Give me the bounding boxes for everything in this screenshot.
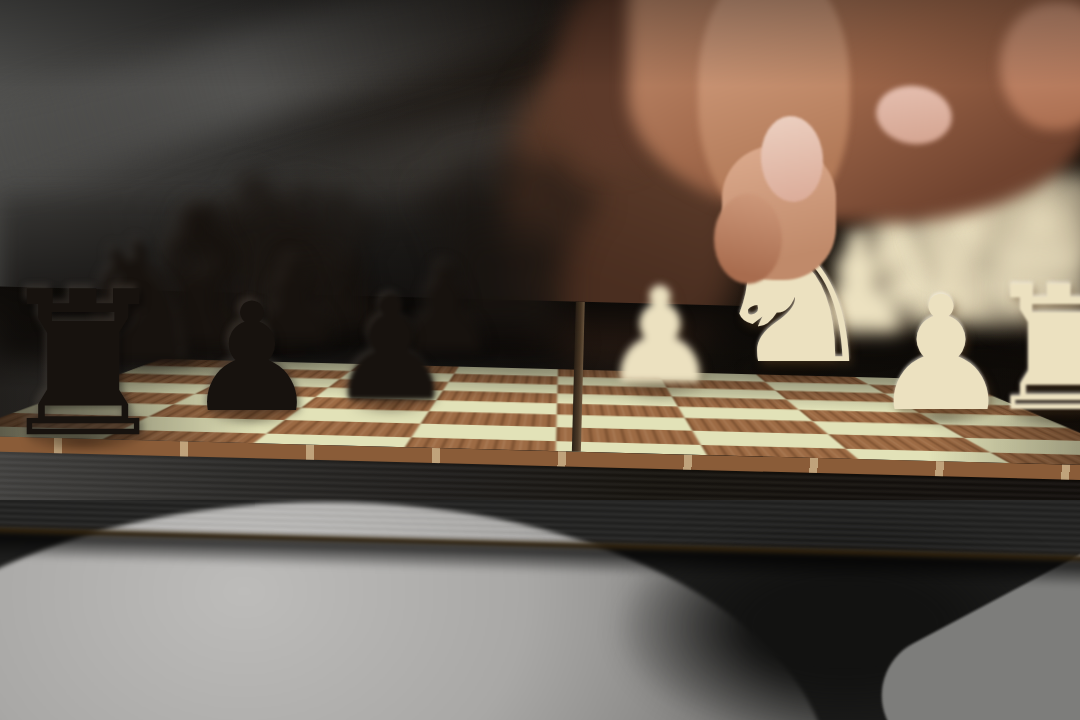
piece-white-rook[interactable]: ♜ — [982, 279, 1080, 420]
photo-scene: ♜♞♝♚♛♟♟♟♟♟♛♟♞♟♞♟♝♚♛♜ Close-up photograph… — [0, 0, 1080, 720]
board-square — [692, 431, 845, 449]
piece-black-pawn[interactable]: ♟ — [185, 297, 319, 420]
piece-black-rook[interactable]: ♜ — [0, 283, 173, 447]
piece-black-pawn[interactable]: ♟ — [327, 291, 455, 408]
piece-white-pawn[interactable]: ♟ — [601, 283, 718, 390]
thumb-tip — [714, 194, 782, 284]
board-square — [685, 418, 828, 434]
